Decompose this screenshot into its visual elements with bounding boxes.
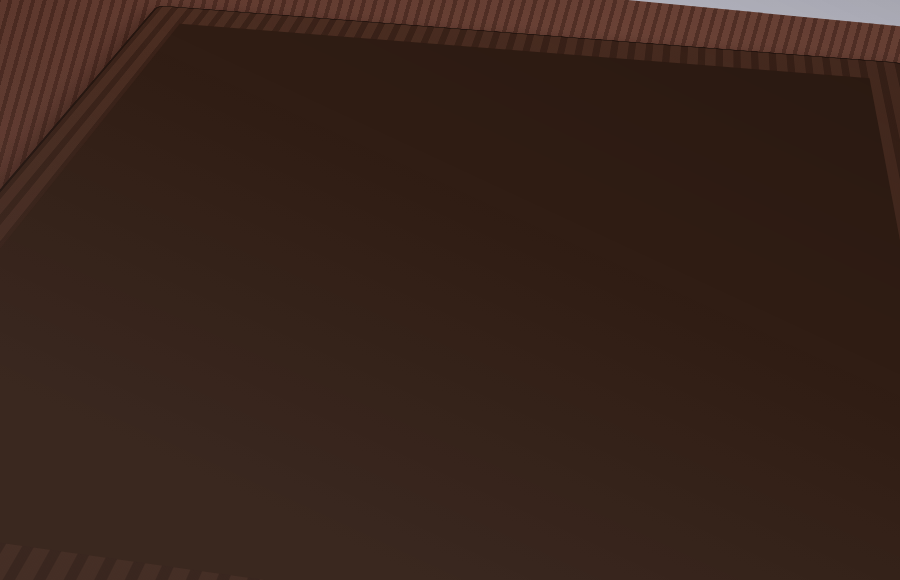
chess-photo-scene	[0, 0, 900, 580]
chess-board[interactable]	[0, 5, 900, 580]
